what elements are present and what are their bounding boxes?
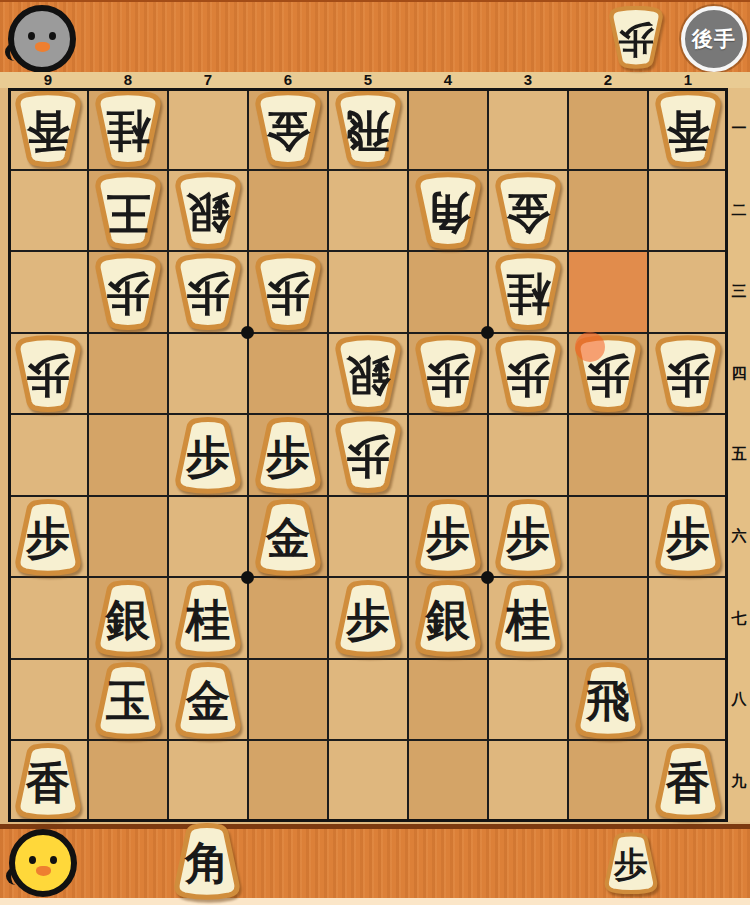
koma-glyph: 歩: [251, 253, 325, 331]
avatar-beak: [35, 42, 50, 52]
koma-glyph: 銀: [91, 579, 165, 657]
koma-glyph: 香: [11, 742, 85, 820]
square-3-8[interactable]: [488, 659, 568, 741]
square-4-1[interactable]: [408, 88, 488, 170]
koma-glyph: 金: [491, 172, 565, 250]
koma-glyph: 飛: [331, 90, 405, 168]
square-9-7[interactable]: [8, 577, 88, 659]
koma-gote-銀[interactable]: 銀: [171, 172, 245, 250]
star-point: [481, 571, 494, 584]
koma-gote-歩[interactable]: 歩: [491, 335, 565, 413]
sente-hand-pawn[interactable]: 歩: [601, 832, 661, 894]
avatar-eye: [50, 856, 57, 864]
square-5-4[interactable]: 銀: [328, 333, 408, 415]
koma-glyph: 角: [411, 172, 485, 250]
square-3-5[interactable]: [488, 414, 568, 496]
square-8-5[interactable]: [88, 414, 168, 496]
square-3-7[interactable]: 桂: [488, 577, 568, 659]
shogi-board: 香桂金飛香王銀角金歩歩歩桂歩銀歩歩歩歩歩歩歩歩金歩歩歩銀桂歩銀桂玉金飛香香: [8, 88, 728, 822]
koma-sente-歩[interactable]: 歩: [251, 416, 325, 494]
koma-glyph: 歩: [11, 498, 85, 576]
square-6-4[interactable]: [248, 333, 328, 415]
square-1-5[interactable]: [648, 414, 728, 496]
square-2-5[interactable]: [568, 414, 648, 496]
square-2-2[interactable]: [568, 170, 648, 252]
file-label-7: 7: [168, 72, 248, 88]
gote-hand-pawn[interactable]: 歩: [604, 6, 668, 69]
koma-gote-歩[interactable]: 歩: [11, 335, 85, 413]
koma-gote-桂[interactable]: 桂: [491, 253, 565, 331]
koma-gote-銀[interactable]: 銀: [331, 335, 405, 413]
file-label-4: 4: [408, 72, 488, 88]
square-3-3[interactable]: 桂: [488, 251, 568, 333]
koma-glyph: 銀: [171, 172, 245, 250]
shogi-app-screen: 歩 後手 9 8 7 6 5 4 3 2 1 香桂金飛香王銀角金歩歩歩桂歩銀歩歩…: [0, 0, 750, 905]
square-1-9[interactable]: 香: [648, 740, 728, 822]
koma-glyph: 銀: [411, 579, 485, 657]
square-3-1[interactable]: [488, 88, 568, 170]
bottom-edge-strip: [0, 898, 750, 905]
square-5-3[interactable]: [328, 251, 408, 333]
square-1-6[interactable]: 歩: [648, 496, 728, 578]
koma-gote-金[interactable]: 金: [251, 90, 325, 168]
square-7-1[interactable]: [168, 88, 248, 170]
avatar-eye: [49, 32, 56, 40]
square-8-7[interactable]: 銀: [88, 577, 168, 659]
square-4-9[interactable]: [408, 740, 488, 822]
koma-sente-歩[interactable]: 歩: [491, 498, 565, 576]
rank-label-7: 七: [728, 577, 750, 659]
square-1-4[interactable]: 歩: [648, 333, 728, 415]
avatar-tail: [6, 867, 25, 885]
square-2-8[interactable]: 飛: [568, 659, 648, 741]
koma-sente-銀[interactable]: 銀: [91, 579, 165, 657]
koma-sente-銀[interactable]: 銀: [411, 579, 485, 657]
square-8-8[interactable]: 玉: [88, 659, 168, 741]
opponent-avatar[interactable]: [8, 5, 76, 73]
rank-label-4: 四: [728, 333, 750, 415]
koma-glyph: 歩: [331, 579, 405, 657]
koma-gote-歩[interactable]: 歩: [251, 253, 325, 331]
square-9-6[interactable]: 歩: [8, 496, 88, 578]
koma-glyph: 金: [251, 90, 325, 168]
koma-gote-歩[interactable]: 歩: [411, 335, 485, 413]
square-9-8[interactable]: [8, 659, 88, 741]
square-5-9[interactable]: [328, 740, 408, 822]
square-3-2[interactable]: 金: [488, 170, 568, 252]
square-8-6[interactable]: [88, 496, 168, 578]
square-5-5[interactable]: 歩: [328, 414, 408, 496]
koma-sente-歩[interactable]: 歩: [411, 498, 485, 576]
rank-label-6: 六: [728, 496, 750, 578]
square-6-2[interactable]: [248, 170, 328, 252]
koma-gote-香[interactable]: 香: [11, 90, 85, 168]
square-6-6[interactable]: 金: [248, 496, 328, 578]
koma-glyph: 桂: [491, 253, 565, 331]
square-2-9[interactable]: [568, 740, 648, 822]
star-point: [241, 326, 254, 339]
square-8-2[interactable]: 王: [88, 170, 168, 252]
star-point: [241, 571, 254, 584]
square-7-6[interactable]: [168, 496, 248, 578]
square-1-2[interactable]: [648, 170, 728, 252]
avatar-eyes: [29, 856, 57, 864]
koma-sente-歩[interactable]: 歩: [11, 498, 85, 576]
square-2-6[interactable]: [568, 496, 648, 578]
gote-badge-label: 後手: [692, 25, 736, 53]
avatar-beak: [36, 866, 51, 876]
square-9-2[interactable]: [8, 170, 88, 252]
file-label-6: 6: [248, 72, 328, 88]
koma-glyph: 歩: [491, 498, 565, 576]
square-2-3[interactable]: [568, 251, 648, 333]
koma-glyph: 歩: [331, 416, 405, 494]
star-point: [481, 326, 494, 339]
rank-label-5: 五: [728, 414, 750, 496]
square-1-7[interactable]: [648, 577, 728, 659]
koma-gote-王[interactable]: 王: [91, 172, 165, 250]
koma-glyph: 飛: [571, 661, 645, 739]
file-label-5: 5: [328, 72, 408, 88]
file-label-1: 1: [648, 72, 728, 88]
koma-glyph: 玉: [91, 661, 165, 739]
square-4-7[interactable]: 銀: [408, 577, 488, 659]
koma-glyph: 歩: [411, 498, 485, 576]
board-grid: 香桂金飛香王銀角金歩歩歩桂歩銀歩歩歩歩歩歩歩歩金歩歩歩銀桂歩銀桂玉金飛香香: [8, 88, 728, 822]
rank-label-2: 二: [728, 170, 750, 252]
square-2-1[interactable]: [568, 88, 648, 170]
square-4-2[interactable]: 角: [408, 170, 488, 252]
rank-label-8: 八: [728, 659, 750, 741]
square-7-3[interactable]: 歩: [168, 251, 248, 333]
koma-glyph: 金: [171, 661, 245, 739]
koma-glyph: 金: [251, 498, 325, 576]
square-3-4[interactable]: 歩: [488, 333, 568, 415]
koma-gote-香[interactable]: 香: [651, 90, 725, 168]
sente-hand-pawn-glyph: 歩: [601, 832, 661, 894]
file-label-2: 2: [568, 72, 648, 88]
rank-coordinates: 一 二 三 四 五 六 七 八 九: [728, 88, 750, 822]
square-9-9[interactable]: 香: [8, 740, 88, 822]
koma-gote-飛[interactable]: 飛: [331, 90, 405, 168]
square-9-5[interactable]: [8, 414, 88, 496]
square-5-2[interactable]: [328, 170, 408, 252]
square-7-7[interactable]: 桂: [168, 577, 248, 659]
square-8-3[interactable]: 歩: [88, 251, 168, 333]
square-4-5[interactable]: [408, 414, 488, 496]
koma-gote-歩[interactable]: 歩: [651, 335, 725, 413]
file-label-3: 3: [488, 72, 568, 88]
square-3-6[interactable]: 歩: [488, 496, 568, 578]
koma-glyph: 歩: [651, 335, 725, 413]
square-7-5[interactable]: 歩: [168, 414, 248, 496]
koma-glyph: 歩: [491, 335, 565, 413]
square-5-7[interactable]: 歩: [328, 577, 408, 659]
rank-label-3: 三: [728, 251, 750, 333]
square-4-8[interactable]: [408, 659, 488, 741]
koma-glyph: 歩: [171, 253, 245, 331]
koma-glyph: 香: [11, 90, 85, 168]
square-8-1[interactable]: 桂: [88, 88, 168, 170]
square-7-2[interactable]: 銀: [168, 170, 248, 252]
koma-gote-桂[interactable]: 桂: [91, 90, 165, 168]
square-8-9[interactable]: [88, 740, 168, 822]
player-avatar[interactable]: [9, 829, 77, 897]
sente-hand-bishop-glyph: 角: [170, 822, 244, 900]
koma-glyph: 香: [651, 742, 725, 820]
square-7-9[interactable]: [168, 740, 248, 822]
square-5-6[interactable]: [328, 496, 408, 578]
koma-gote-歩[interactable]: 歩: [331, 416, 405, 494]
square-6-9[interactable]: [248, 740, 328, 822]
koma-sente-歩[interactable]: 歩: [651, 498, 725, 576]
square-8-4[interactable]: [88, 333, 168, 415]
file-label-9: 9: [8, 72, 88, 88]
koma-sente-桂[interactable]: 桂: [491, 579, 565, 657]
koma-sente-桂[interactable]: 桂: [171, 579, 245, 657]
sente-hand-bishop[interactable]: 角: [170, 822, 244, 900]
square-3-9[interactable]: [488, 740, 568, 822]
square-9-4[interactable]: 歩: [8, 333, 88, 415]
koma-glyph: 桂: [91, 90, 165, 168]
square-5-1[interactable]: 飛: [328, 88, 408, 170]
koma-glyph: 歩: [251, 416, 325, 494]
square-9-3[interactable]: [8, 251, 88, 333]
koma-gote-歩[interactable]: 歩: [171, 253, 245, 331]
koma-sente-金[interactable]: 金: [171, 661, 245, 739]
koma-glyph: 銀: [331, 335, 405, 413]
square-2-7[interactable]: [568, 577, 648, 659]
file-label-8: 8: [88, 72, 168, 88]
avatar-tail: [5, 43, 24, 61]
koma-sente-香[interactable]: 香: [11, 742, 85, 820]
koma-gote-角[interactable]: 角: [411, 172, 485, 250]
koma-sente-歩[interactable]: 歩: [171, 416, 245, 494]
koma-glyph: 王: [91, 172, 165, 250]
square-4-3[interactable]: [408, 251, 488, 333]
koma-glyph: 香: [651, 90, 725, 168]
opponent-bar: 歩 後手: [0, 0, 750, 79]
square-4-6[interactable]: 歩: [408, 496, 488, 578]
square-1-1[interactable]: 香: [648, 88, 728, 170]
gote-hand-pawn-glyph: 歩: [604, 6, 668, 69]
file-coordinates: 9 8 7 6 5 4 3 2 1: [0, 72, 750, 88]
square-6-5[interactable]: 歩: [248, 414, 328, 496]
square-6-7[interactable]: [248, 577, 328, 659]
koma-sente-金[interactable]: 金: [251, 498, 325, 576]
koma-sente-玉[interactable]: 玉: [91, 661, 165, 739]
square-7-4[interactable]: [168, 333, 248, 415]
koma-sente-歩[interactable]: 歩: [331, 579, 405, 657]
rank-label-9: 九: [728, 740, 750, 822]
koma-glyph: 桂: [491, 579, 565, 657]
square-1-3[interactable]: [648, 251, 728, 333]
koma-glyph: 桂: [171, 579, 245, 657]
square-5-8[interactable]: [328, 659, 408, 741]
koma-glyph: 歩: [91, 253, 165, 331]
koma-glyph: 歩: [411, 335, 485, 413]
square-6-8[interactable]: [248, 659, 328, 741]
square-9-1[interactable]: 香: [8, 88, 88, 170]
koma-glyph: 歩: [651, 498, 725, 576]
koma-sente-飛[interactable]: 飛: [571, 661, 645, 739]
avatar-eyes: [28, 32, 56, 40]
square-6-3[interactable]: 歩: [248, 251, 328, 333]
square-7-8[interactable]: 金: [168, 659, 248, 741]
koma-gote-歩[interactable]: 歩: [91, 253, 165, 331]
rank-label-1: 一: [728, 88, 750, 170]
koma-sente-香[interactable]: 香: [651, 742, 725, 820]
gote-badge: 後手: [681, 6, 747, 72]
square-1-8[interactable]: [648, 659, 728, 741]
koma-glyph: 歩: [171, 416, 245, 494]
avatar-eye: [29, 856, 36, 864]
avatar-eye: [28, 32, 35, 40]
square-6-1[interactable]: 金: [248, 88, 328, 170]
last-move-marker: [575, 332, 605, 362]
koma-glyph: 歩: [11, 335, 85, 413]
koma-gote-金[interactable]: 金: [491, 172, 565, 250]
square-4-4[interactable]: 歩: [408, 333, 488, 415]
